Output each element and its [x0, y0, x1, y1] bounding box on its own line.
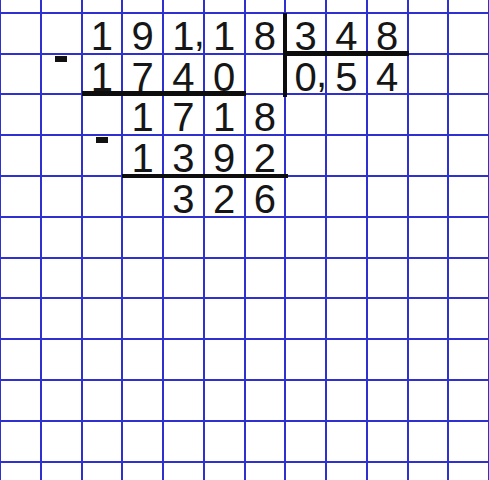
- paper-cell: [81, 0, 122, 12]
- paper-cell: [407, 0, 448, 12]
- paper-cell: [0, 0, 40, 12]
- divisor-quotient-separator-line: [283, 51, 409, 55]
- decimal-comma: ,: [165, 9, 206, 50]
- digit-cell: 1: [204, 94, 245, 135]
- digit-cell: 3: [163, 135, 204, 176]
- digit-cell: 1: [82, 13, 123, 54]
- digit-cell: 0: [204, 54, 245, 95]
- digit-cell: 4: [326, 13, 367, 54]
- digit-cell: 1: [82, 54, 123, 95]
- paper-cell: [447, 0, 488, 12]
- digit-cell: 2: [245, 135, 286, 176]
- digit-cell: 1: [122, 94, 163, 135]
- digit-cell: 1: [122, 135, 163, 176]
- paper-cell: [284, 0, 325, 12]
- paper-cell: [244, 0, 285, 12]
- digit-cell: 8: [245, 13, 286, 54]
- digit-cell: 8: [245, 94, 286, 135]
- paper-cell: [203, 0, 244, 12]
- subtraction-line-2: [122, 174, 288, 179]
- digit-cell: 4: [163, 54, 204, 95]
- paper-cell: [325, 0, 366, 12]
- minus-sign: [55, 56, 67, 62]
- paper-cell: [121, 0, 162, 12]
- digit-cell: 9: [122, 13, 163, 54]
- digit-cell: 9: [204, 135, 245, 176]
- paper-cell: [40, 0, 81, 12]
- digit-cell: 4: [367, 54, 408, 95]
- minus-sign: [96, 137, 108, 143]
- squared-paper-worksheet: 191,1834817400,5417181392326: [0, 0, 489, 480]
- digit-cell: 8: [367, 13, 408, 54]
- digit-cell: 5: [326, 54, 367, 95]
- digit-cell: 6: [245, 176, 286, 217]
- long-division-board: 191,1834817400,5417181392326: [0, 13, 489, 480]
- digit-cell: 7: [163, 94, 204, 135]
- digit-cell: 7: [122, 54, 163, 95]
- paper-cell: [366, 0, 407, 12]
- digit-cell: 1: [204, 13, 245, 54]
- digit-cell: 3: [163, 176, 204, 217]
- digit-cell: 3: [285, 13, 326, 54]
- subtraction-line-1: [82, 91, 246, 96]
- digit-cell: 2: [204, 176, 245, 217]
